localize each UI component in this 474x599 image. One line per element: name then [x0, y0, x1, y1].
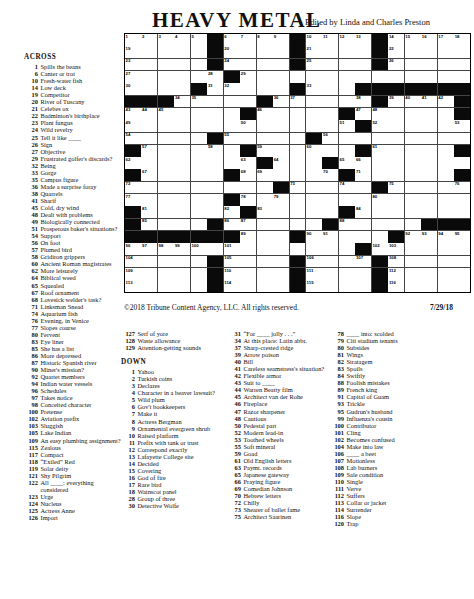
- grid-cell[interactable]: [306, 120, 322, 132]
- grid-cell[interactable]: [240, 133, 256, 145]
- grid-cell[interactable]: [290, 71, 306, 83]
- grid-cell[interactable]: [405, 71, 421, 83]
- grid-cell[interactable]: [191, 256, 207, 268]
- grid-cell[interactable]: 19: [125, 46, 141, 58]
- grid-cell[interactable]: [339, 96, 355, 108]
- grid-cell[interactable]: [174, 169, 190, 181]
- grid-cell[interactable]: 6: [224, 34, 240, 46]
- grid-cell[interactable]: 5: [191, 34, 207, 46]
- grid-cell[interactable]: [405, 206, 421, 218]
- grid-cell[interactable]: [405, 145, 421, 157]
- grid-cell[interactable]: [322, 145, 338, 157]
- grid-cell[interactable]: [174, 59, 190, 71]
- grid-cell[interactable]: 12: [339, 34, 355, 46]
- grid-cell[interactable]: 62: [125, 157, 141, 169]
- grid-cell[interactable]: 8: [257, 34, 273, 46]
- grid-cell[interactable]: [174, 120, 190, 132]
- grid-cell[interactable]: [339, 231, 355, 243]
- grid-cell[interactable]: 32: [224, 83, 240, 95]
- grid-cell[interactable]: [405, 256, 421, 268]
- grid-cell[interactable]: [421, 169, 437, 181]
- grid-cell[interactable]: [257, 59, 273, 71]
- grid-cell[interactable]: 54: [125, 133, 141, 145]
- grid-cell[interactable]: [191, 169, 207, 181]
- grid-cell[interactable]: [191, 182, 207, 194]
- grid-cell[interactable]: [257, 243, 273, 255]
- grid-cell[interactable]: [207, 194, 223, 206]
- grid-cell[interactable]: [454, 206, 470, 218]
- grid-cell[interactable]: 100: [191, 243, 207, 255]
- grid-cell[interactable]: 13: [355, 34, 371, 46]
- grid-cell[interactable]: 96: [125, 243, 141, 255]
- grid-cell[interactable]: 39: [388, 96, 404, 108]
- grid-cell[interactable]: [273, 59, 289, 71]
- grid-cell[interactable]: [240, 96, 256, 108]
- grid-cell[interactable]: [306, 71, 322, 83]
- grid-cell[interactable]: [290, 169, 306, 181]
- grid-cell[interactable]: 87: [240, 219, 256, 231]
- grid-cell[interactable]: [322, 206, 338, 218]
- grid-cell[interactable]: [339, 280, 355, 292]
- grid-cell[interactable]: 42: [438, 96, 454, 108]
- grid-cell[interactable]: [388, 108, 404, 120]
- grid-cell[interactable]: 64: [273, 157, 289, 169]
- grid-cell[interactable]: [191, 133, 207, 145]
- grid-cell[interactable]: [273, 133, 289, 145]
- grid-cell[interactable]: [339, 46, 355, 58]
- grid-cell[interactable]: [405, 46, 421, 58]
- grid-cell[interactable]: [372, 133, 388, 145]
- grid-cell[interactable]: 44: [141, 108, 157, 120]
- grid-cell[interactable]: [355, 59, 371, 71]
- grid-cell[interactable]: [355, 71, 371, 83]
- grid-cell[interactable]: 43: [125, 108, 141, 120]
- grid-cell[interactable]: [306, 219, 322, 231]
- grid-cell[interactable]: [290, 194, 306, 206]
- grid-cell[interactable]: [158, 268, 174, 280]
- grid-cell[interactable]: [290, 206, 306, 218]
- grid-cell[interactable]: [174, 83, 190, 95]
- grid-cell[interactable]: 15: [405, 34, 421, 46]
- grid-cell[interactable]: [273, 219, 289, 231]
- grid-cell[interactable]: 40: [405, 96, 421, 108]
- grid-cell[interactable]: [421, 256, 437, 268]
- grid-cell[interactable]: [273, 268, 289, 280]
- grid-cell[interactable]: [306, 157, 322, 169]
- grid-cell[interactable]: [355, 268, 371, 280]
- grid-cell[interactable]: [405, 169, 421, 181]
- grid-cell[interactable]: 92: [405, 231, 421, 243]
- grid-cell[interactable]: 53: [454, 120, 470, 132]
- grid-cell[interactable]: 106: [306, 256, 322, 268]
- grid-cell[interactable]: [158, 157, 174, 169]
- grid-cell[interactable]: [355, 133, 371, 145]
- grid-cell[interactable]: 93: [421, 231, 437, 243]
- grid-cell[interactable]: 71: [355, 169, 371, 181]
- grid-cell[interactable]: 3: [158, 34, 174, 46]
- grid-cell[interactable]: 115: [306, 280, 322, 292]
- grid-cell[interactable]: 61: [372, 145, 388, 157]
- grid-cell[interactable]: [174, 133, 190, 145]
- grid-cell[interactable]: 101: [224, 243, 240, 255]
- grid-cell[interactable]: [174, 280, 190, 292]
- grid-cell[interactable]: [421, 206, 437, 218]
- grid-cell[interactable]: [224, 120, 240, 132]
- grid-cell[interactable]: [438, 71, 454, 83]
- grid-cell[interactable]: 20: [224, 46, 240, 58]
- grid-cell[interactable]: [158, 206, 174, 218]
- grid-cell[interactable]: 91: [322, 231, 338, 243]
- grid-cell[interactable]: [372, 157, 388, 169]
- grid-cell[interactable]: [454, 59, 470, 71]
- grid-cell[interactable]: [158, 120, 174, 132]
- grid-cell[interactable]: 95: [454, 231, 470, 243]
- grid-cell[interactable]: [421, 133, 437, 145]
- grid-cell[interactable]: 104: [125, 256, 141, 268]
- grid-cell[interactable]: [158, 169, 174, 181]
- grid-cell[interactable]: [257, 194, 273, 206]
- grid-cell[interactable]: [174, 206, 190, 218]
- grid-cell[interactable]: [273, 145, 289, 157]
- grid-cell[interactable]: [388, 120, 404, 132]
- grid-cell[interactable]: [240, 243, 256, 255]
- grid-cell[interactable]: [421, 243, 437, 255]
- grid-cell[interactable]: [421, 46, 437, 58]
- grid-cell[interactable]: [141, 280, 157, 292]
- grid-cell[interactable]: [421, 71, 437, 83]
- grid-cell[interactable]: [405, 157, 421, 169]
- grid-cell[interactable]: [405, 133, 421, 145]
- grid-cell[interactable]: 18: [454, 34, 470, 46]
- grid-cell[interactable]: [158, 219, 174, 231]
- grid-cell[interactable]: 110: [224, 268, 240, 280]
- grid-cell[interactable]: 17: [438, 34, 454, 46]
- grid-cell[interactable]: 58: [207, 145, 223, 157]
- grid-cell[interactable]: 86: [224, 219, 240, 231]
- grid-cell[interactable]: 24: [224, 59, 240, 71]
- grid-cell[interactable]: [141, 256, 157, 268]
- grid-cell[interactable]: [355, 46, 371, 58]
- grid-cell[interactable]: [454, 133, 470, 145]
- grid-cell[interactable]: [421, 268, 437, 280]
- grid-cell[interactable]: [273, 169, 289, 181]
- grid-cell[interactable]: [141, 120, 157, 132]
- grid-cell[interactable]: [207, 108, 223, 120]
- grid-cell[interactable]: 37: [290, 96, 306, 108]
- grid-cell[interactable]: 16: [421, 34, 437, 46]
- grid-cell[interactable]: 66: [355, 157, 371, 169]
- grid-cell[interactable]: 97: [141, 243, 157, 255]
- grid-cell[interactable]: 75: [388, 182, 404, 194]
- grid-cell[interactable]: [207, 169, 223, 181]
- grid-cell[interactable]: [438, 280, 454, 292]
- grid-cell[interactable]: [454, 243, 470, 255]
- grid-cell[interactable]: [224, 96, 240, 108]
- grid-cell[interactable]: [191, 194, 207, 206]
- grid-cell[interactable]: [290, 133, 306, 145]
- grid-cell[interactable]: [438, 169, 454, 181]
- grid-cell[interactable]: 68: [240, 169, 256, 181]
- grid-cell[interactable]: [191, 59, 207, 71]
- grid-cell[interactable]: [290, 243, 306, 255]
- grid-cell[interactable]: [438, 133, 454, 145]
- grid-cell[interactable]: [438, 194, 454, 206]
- grid-cell[interactable]: [355, 219, 371, 231]
- grid-cell[interactable]: 81: [141, 206, 157, 218]
- grid-cell[interactable]: [240, 59, 256, 71]
- grid-cell[interactable]: [257, 120, 273, 132]
- grid-cell[interactable]: 70: [322, 169, 338, 181]
- grid-cell[interactable]: [405, 219, 421, 231]
- grid-cell[interactable]: 4: [174, 34, 190, 46]
- grid-cell[interactable]: [240, 268, 256, 280]
- grid-cell[interactable]: 113: [125, 280, 141, 292]
- grid-cell[interactable]: 65: [339, 157, 355, 169]
- grid-cell[interactable]: [158, 59, 174, 71]
- grid-cell[interactable]: [405, 59, 421, 71]
- grid-cell[interactable]: [306, 108, 322, 120]
- grid-cell[interactable]: [273, 256, 289, 268]
- grid-cell[interactable]: [257, 133, 273, 145]
- grid-cell[interactable]: [388, 194, 404, 206]
- grid-cell[interactable]: 77: [125, 194, 141, 206]
- grid-cell[interactable]: [339, 243, 355, 255]
- grid-cell[interactable]: [388, 206, 404, 218]
- grid-cell[interactable]: [158, 83, 174, 95]
- grid-cell[interactable]: 45: [158, 108, 174, 120]
- grid-cell[interactable]: [273, 71, 289, 83]
- grid-cell[interactable]: [240, 46, 256, 58]
- grid-cell[interactable]: [454, 256, 470, 268]
- grid-cell[interactable]: [421, 59, 437, 71]
- grid-cell[interactable]: 80: [372, 194, 388, 206]
- grid-cell[interactable]: [421, 280, 437, 292]
- grid-cell[interactable]: 72: [125, 182, 141, 194]
- grid-cell[interactable]: [438, 243, 454, 255]
- grid-cell[interactable]: 35: [191, 96, 207, 108]
- grid-cell[interactable]: 52: [372, 120, 388, 132]
- grid-cell[interactable]: 109: [125, 268, 141, 280]
- grid-cell[interactable]: [306, 169, 322, 181]
- grid-cell[interactable]: [372, 206, 388, 218]
- grid-cell[interactable]: [174, 256, 190, 268]
- grid-cell[interactable]: [438, 157, 454, 169]
- grid-cell[interactable]: [141, 194, 157, 206]
- grid-cell[interactable]: 85: [141, 219, 157, 231]
- grid-cell[interactable]: [273, 108, 289, 120]
- grid-cell[interactable]: 31: [207, 83, 223, 95]
- grid-cell[interactable]: [191, 157, 207, 169]
- grid-cell[interactable]: [207, 182, 223, 194]
- grid-cell[interactable]: [421, 157, 437, 169]
- grid-cell[interactable]: [224, 182, 240, 194]
- grid-cell[interactable]: [322, 59, 338, 71]
- grid-cell[interactable]: [454, 268, 470, 280]
- grid-cell[interactable]: 84: [355, 206, 371, 218]
- grid-cell[interactable]: 7: [240, 34, 256, 46]
- grid-cell[interactable]: [224, 157, 240, 169]
- grid-cell[interactable]: [207, 206, 223, 218]
- grid-cell[interactable]: 78: [240, 194, 256, 206]
- grid-cell[interactable]: 27: [125, 71, 141, 83]
- grid-cell[interactable]: 63: [240, 157, 256, 169]
- grid-cell[interactable]: [290, 145, 306, 157]
- grid-cell[interactable]: [438, 206, 454, 218]
- grid-cell[interactable]: 30: [125, 83, 141, 95]
- grid-cell[interactable]: 116: [388, 280, 404, 292]
- grid-cell[interactable]: [240, 280, 256, 292]
- grid-cell[interactable]: [438, 268, 454, 280]
- grid-cell[interactable]: [454, 194, 470, 206]
- grid-cell[interactable]: [421, 108, 437, 120]
- grid-cell[interactable]: 34: [174, 96, 190, 108]
- grid-cell[interactable]: [388, 145, 404, 157]
- crossword-grid[interactable]: 1234567891011121314151617181920212223242…: [124, 33, 471, 293]
- grid-cell[interactable]: [158, 46, 174, 58]
- grid-cell[interactable]: [191, 280, 207, 292]
- grid-cell[interactable]: [158, 71, 174, 83]
- grid-cell[interactable]: [207, 157, 223, 169]
- grid-cell[interactable]: [257, 231, 273, 243]
- grid-cell[interactable]: [174, 157, 190, 169]
- grid-cell[interactable]: [257, 280, 273, 292]
- grid-cell[interactable]: [306, 194, 322, 206]
- grid-cell[interactable]: [405, 268, 421, 280]
- grid-cell[interactable]: [405, 194, 421, 206]
- grid-cell[interactable]: [174, 194, 190, 206]
- grid-cell[interactable]: 88: [339, 219, 355, 231]
- grid-cell[interactable]: 89: [240, 231, 256, 243]
- grid-cell[interactable]: [322, 96, 338, 108]
- grid-cell[interactable]: 47: [355, 108, 371, 120]
- grid-cell[interactable]: [355, 280, 371, 292]
- grid-cell[interactable]: [339, 145, 355, 157]
- grid-cell[interactable]: 28: [207, 71, 223, 83]
- grid-cell[interactable]: 76: [454, 182, 470, 194]
- grid-cell[interactable]: 41: [421, 96, 437, 108]
- grid-cell[interactable]: [224, 108, 240, 120]
- grid-cell[interactable]: [438, 108, 454, 120]
- grid-cell[interactable]: [174, 219, 190, 231]
- grid-cell[interactable]: [322, 46, 338, 58]
- grid-cell[interactable]: 94: [438, 231, 454, 243]
- grid-cell[interactable]: [405, 120, 421, 132]
- grid-cell[interactable]: [207, 96, 223, 108]
- grid-cell[interactable]: 46: [257, 108, 273, 120]
- grid-cell[interactable]: 60: [306, 145, 322, 157]
- grid-cell[interactable]: [322, 268, 338, 280]
- grid-cell[interactable]: 55: [224, 133, 240, 145]
- grid-cell[interactable]: [339, 71, 355, 83]
- grid-cell[interactable]: [273, 120, 289, 132]
- grid-cell[interactable]: [322, 194, 338, 206]
- grid-cell[interactable]: [438, 256, 454, 268]
- grid-cell[interactable]: 22: [388, 46, 404, 58]
- grid-cell[interactable]: 10: [306, 34, 322, 46]
- grid-cell[interactable]: [174, 108, 190, 120]
- grid-cell[interactable]: [158, 145, 174, 157]
- grid-cell[interactable]: [273, 206, 289, 218]
- grid-cell[interactable]: [191, 46, 207, 58]
- grid-cell[interactable]: [372, 219, 388, 231]
- grid-cell[interactable]: 105: [224, 256, 240, 268]
- grid-cell[interactable]: [191, 145, 207, 157]
- grid-cell[interactable]: [158, 194, 174, 206]
- grid-cell[interactable]: 50: [240, 120, 256, 132]
- grid-cell[interactable]: [372, 169, 388, 181]
- grid-cell[interactable]: [191, 120, 207, 132]
- grid-cell[interactable]: [306, 182, 322, 194]
- grid-cell[interactable]: 56: [322, 133, 338, 145]
- grid-cell[interactable]: [388, 71, 404, 83]
- grid-cell[interactable]: [454, 71, 470, 83]
- grid-cell[interactable]: 36: [273, 96, 289, 108]
- grid-cell[interactable]: [322, 71, 338, 83]
- grid-cell[interactable]: 67: [141, 169, 157, 181]
- grid-cell[interactable]: [257, 219, 273, 231]
- grid-cell[interactable]: [207, 243, 223, 255]
- grid-cell[interactable]: [257, 71, 273, 83]
- grid-cell[interactable]: [290, 157, 306, 169]
- grid-cell[interactable]: 14: [388, 34, 404, 46]
- grid-cell[interactable]: [207, 120, 223, 132]
- grid-cell[interactable]: 111: [306, 268, 322, 280]
- grid-cell[interactable]: [141, 268, 157, 280]
- grid-cell[interactable]: [372, 71, 388, 83]
- grid-cell[interactable]: [257, 256, 273, 268]
- grid-cell[interactable]: [454, 46, 470, 58]
- grid-cell[interactable]: [322, 182, 338, 194]
- grid-cell[interactable]: [273, 46, 289, 58]
- grid-cell[interactable]: [388, 157, 404, 169]
- grid-cell[interactable]: 69: [257, 169, 273, 181]
- grid-cell[interactable]: [158, 256, 174, 268]
- grid-cell[interactable]: [141, 59, 157, 71]
- grid-cell[interactable]: [257, 268, 273, 280]
- grid-cell[interactable]: 79: [273, 194, 289, 206]
- grid-cell[interactable]: [388, 133, 404, 145]
- grid-cell[interactable]: 114: [224, 280, 240, 292]
- grid-cell[interactable]: [191, 268, 207, 280]
- grid-cell[interactable]: [273, 243, 289, 255]
- grid-cell[interactable]: [158, 280, 174, 292]
- grid-cell[interactable]: [141, 71, 157, 83]
- grid-cell[interactable]: 48: [372, 108, 388, 120]
- grid-cell[interactable]: 2: [141, 34, 157, 46]
- grid-cell[interactable]: [240, 256, 256, 268]
- grid-cell[interactable]: [290, 219, 306, 231]
- grid-cell[interactable]: [438, 46, 454, 58]
- grid-cell[interactable]: [405, 182, 421, 194]
- grid-cell[interactable]: 103: [388, 243, 404, 255]
- grid-cell[interactable]: [174, 182, 190, 194]
- grid-cell[interactable]: [257, 46, 273, 58]
- grid-cell[interactable]: 25: [306, 59, 322, 71]
- grid-cell[interactable]: [421, 182, 437, 194]
- grid-cell[interactable]: [421, 120, 437, 132]
- grid-cell[interactable]: 112: [388, 268, 404, 280]
- grid-cell[interactable]: [339, 83, 355, 95]
- grid-cell[interactable]: [191, 219, 207, 231]
- grid-cell[interactable]: 33: [306, 83, 322, 95]
- grid-cell[interactable]: [174, 46, 190, 58]
- grid-cell[interactable]: [257, 182, 273, 194]
- grid-cell[interactable]: 59: [257, 145, 273, 157]
- grid-cell[interactable]: [141, 133, 157, 145]
- grid-cell[interactable]: [306, 206, 322, 218]
- grid-cell[interactable]: [174, 145, 190, 157]
- grid-cell[interactable]: 102: [372, 243, 388, 255]
